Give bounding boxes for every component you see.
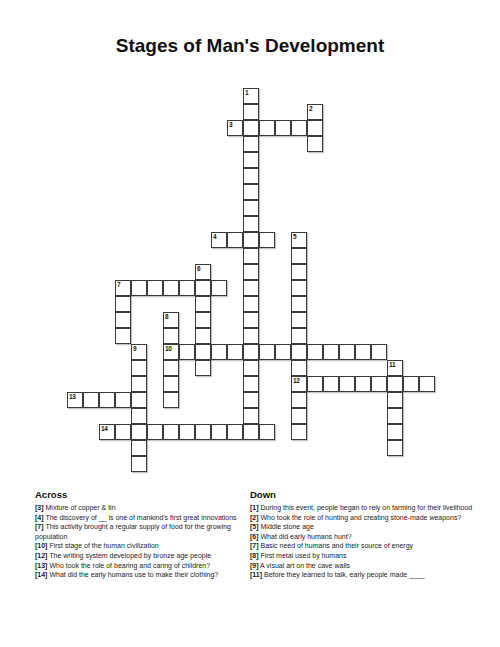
grid-cell[interactable]: 6: [195, 264, 211, 280]
grid-cell[interactable]: [307, 376, 323, 392]
grid-cell[interactable]: [419, 376, 435, 392]
grid-cell[interactable]: [291, 392, 307, 408]
grid-cell[interactable]: [291, 344, 307, 360]
grid-cell[interactable]: [243, 232, 259, 248]
grid-cell[interactable]: [243, 360, 259, 376]
grid-cell[interactable]: [291, 280, 307, 296]
grid-cell[interactable]: [243, 168, 259, 184]
clue-number: [1]: [250, 504, 259, 511]
grid-cell[interactable]: [83, 392, 99, 408]
grid-cell[interactable]: [387, 440, 403, 456]
grid-cell[interactable]: [243, 296, 259, 312]
down-header: Down: [250, 489, 474, 500]
grid-cell[interactable]: [147, 280, 163, 296]
crossword-page: Stages of Man's Development 123456789101…: [0, 0, 500, 647]
grid-cell[interactable]: [195, 280, 211, 296]
grid-cell[interactable]: [323, 376, 339, 392]
grid-cell[interactable]: [355, 376, 371, 392]
grid-cell[interactable]: [195, 360, 211, 376]
clue-item: [5] Middle stone age: [250, 522, 474, 532]
grid-cell[interactable]: [243, 184, 259, 200]
clue-number: [13]: [35, 562, 47, 569]
across-clues-section: Across [3] Mixture of copper & tin[4] Th…: [35, 489, 247, 580]
grid-cell[interactable]: [339, 344, 355, 360]
grid-cell[interactable]: 7: [115, 280, 131, 296]
grid-cell[interactable]: [163, 424, 179, 440]
grid-cell[interactable]: [243, 280, 259, 296]
grid-cell[interactable]: [371, 344, 387, 360]
grid-cell[interactable]: [339, 376, 355, 392]
grid-cell[interactable]: [259, 344, 275, 360]
grid-cell[interactable]: [259, 232, 275, 248]
grid-cell[interactable]: [371, 376, 387, 392]
page-title: Stages of Man's Development: [0, 35, 500, 57]
grid-cell[interactable]: [163, 376, 179, 392]
grid-cell[interactable]: [243, 392, 259, 408]
clue-item: [7] This activity brought a regular supp…: [35, 522, 247, 541]
grid-cell[interactable]: [179, 344, 195, 360]
grid-cell[interactable]: [387, 376, 403, 392]
clue-item: [4] The discovery of __ is one of mankin…: [35, 513, 247, 523]
grid-cell[interactable]: [307, 344, 323, 360]
clue-item: [8] First metal used by humans: [250, 551, 474, 561]
grid-cell[interactable]: [259, 120, 275, 136]
grid-cell[interactable]: [195, 296, 211, 312]
grid-cell[interactable]: 5: [291, 232, 307, 248]
clue-item: [1] During this event, people began to r…: [250, 503, 474, 513]
grid-cell[interactable]: 8: [163, 312, 179, 328]
cell-number: 3: [229, 121, 232, 128]
grid-cell[interactable]: [131, 360, 147, 376]
grid-cell[interactable]: [131, 408, 147, 424]
clue-item: [10] First stage of the human civilizati…: [35, 541, 247, 551]
grid-cell[interactable]: [163, 328, 179, 344]
cell-number: 6: [197, 265, 200, 272]
grid-cell[interactable]: 12: [291, 376, 307, 392]
cell-number: 7: [117, 281, 120, 288]
grid-cell[interactable]: [291, 264, 307, 280]
grid-cell[interactable]: [227, 232, 243, 248]
grid-cell[interactable]: [307, 120, 323, 136]
grid-cell[interactable]: [179, 280, 195, 296]
grid-cell[interactable]: [291, 248, 307, 264]
grid-cell[interactable]: [275, 120, 291, 136]
grid-cell[interactable]: [131, 424, 147, 440]
grid-cell[interactable]: [291, 424, 307, 440]
across-clue-list: [3] Mixture of copper & tin[4] The disco…: [35, 503, 247, 580]
grid-cell[interactable]: [131, 280, 147, 296]
grid-cell[interactable]: [147, 424, 163, 440]
grid-cell[interactable]: [307, 136, 323, 152]
grid-cell[interactable]: [243, 328, 259, 344]
clue-number: [11]: [250, 571, 262, 578]
grid-cell[interactable]: [115, 312, 131, 328]
grid-cell[interactable]: [243, 152, 259, 168]
grid-cell[interactable]: 1: [243, 88, 259, 104]
grid-cell[interactable]: [115, 424, 131, 440]
grid-cell[interactable]: [323, 344, 339, 360]
grid-cell[interactable]: [131, 440, 147, 456]
grid-cell[interactable]: [163, 360, 179, 376]
grid-cell[interactable]: [179, 424, 195, 440]
grid-cell[interactable]: [163, 392, 179, 408]
clue-number: [7]: [35, 523, 44, 530]
grid-cell[interactable]: [355, 344, 371, 360]
clue-number: [3]: [35, 504, 44, 511]
grid-cell[interactable]: 9: [131, 344, 147, 360]
grid-cell[interactable]: [243, 344, 259, 360]
clue-item: [13] Who took the role of bearing and ca…: [35, 561, 247, 571]
grid-cell[interactable]: [259, 424, 275, 440]
grid-cell[interactable]: [243, 216, 259, 232]
grid-cell[interactable]: [387, 392, 403, 408]
grid-cell[interactable]: [195, 424, 211, 440]
grid-cell[interactable]: 2: [307, 104, 323, 120]
grid-cell[interactable]: 14: [99, 424, 115, 440]
clue-number: [5]: [250, 523, 259, 530]
cell-number: 1: [245, 89, 248, 96]
clue-item: [14] What did the early humans use to ma…: [35, 570, 247, 580]
clue-item: [2] Who took the role of hunting and cre…: [250, 513, 474, 523]
grid-cell[interactable]: [387, 408, 403, 424]
clue-item: [12] The writing system developed by bro…: [35, 551, 247, 561]
cell-number: 12: [293, 377, 300, 384]
cell-number: 10: [165, 345, 172, 352]
clue-number: [14]: [35, 571, 47, 578]
grid-cell[interactable]: [243, 200, 259, 216]
cell-number: 9: [133, 345, 136, 352]
cell-number: 13: [69, 393, 76, 400]
down-clues-section: Down [1] During this event, people began…: [250, 489, 474, 580]
grid-cell[interactable]: [195, 312, 211, 328]
clue-number: [2]: [250, 514, 259, 521]
clue-item: [6] What did early humans hunt?: [250, 532, 474, 542]
clue-number: [6]: [250, 533, 259, 540]
grid-cell[interactable]: 13: [67, 392, 83, 408]
grid-cell[interactable]: [115, 328, 131, 344]
grid-cell[interactable]: [243, 312, 259, 328]
grid-cell[interactable]: [291, 296, 307, 312]
cell-number: 4: [213, 233, 216, 240]
clue-number: [9]: [250, 562, 259, 569]
grid-cell[interactable]: 11: [387, 360, 403, 376]
cell-number: 2: [309, 105, 312, 112]
grid-cell[interactable]: 3: [227, 120, 243, 136]
grid-cell[interactable]: [275, 344, 291, 360]
grid-cell[interactable]: [387, 424, 403, 440]
clue-item: [3] Mixture of copper & tin: [35, 503, 247, 513]
grid-cell[interactable]: [99, 392, 115, 408]
grid-cell[interactable]: [131, 392, 147, 408]
clue-item: [11] Before they learned to talk, early …: [250, 570, 474, 580]
grid-cell[interactable]: [291, 360, 307, 376]
grid-cell[interactable]: [291, 408, 307, 424]
clue-item: [7] Basic need of humans and their sourc…: [250, 541, 474, 551]
grid-cell[interactable]: [163, 280, 179, 296]
grid-cell[interactable]: [243, 104, 259, 120]
clue-item: [9] A visual art on the cave walls: [250, 561, 474, 571]
cell-number: 11: [389, 361, 395, 368]
grid-cell[interactable]: [243, 136, 259, 152]
clue-number: [4]: [35, 514, 44, 521]
grid-cell[interactable]: 4: [211, 232, 227, 248]
clue-number: [7]: [250, 542, 259, 549]
down-clue-list: [1] During this event, people began to r…: [250, 503, 474, 580]
clue-number: [12]: [35, 552, 47, 559]
grid-cell[interactable]: [243, 264, 259, 280]
grid-cell[interactable]: [403, 376, 419, 392]
grid-cell[interactable]: [291, 312, 307, 328]
grid-cell[interactable]: [131, 456, 147, 472]
grid-cell[interactable]: 10: [163, 344, 179, 360]
cell-number: 14: [101, 425, 108, 432]
cell-number: 5: [293, 233, 296, 240]
grid-cell[interactable]: [211, 344, 227, 360]
grid-cell[interactable]: [211, 424, 227, 440]
grid-cell[interactable]: [115, 296, 131, 312]
grid-cell[interactable]: [115, 392, 131, 408]
grid-cell[interactable]: [195, 344, 211, 360]
cell-number: 8: [165, 313, 168, 320]
clue-number: [8]: [250, 552, 259, 559]
clue-number: [10]: [35, 542, 47, 549]
grid-cell[interactable]: [291, 120, 307, 136]
grid-cell[interactable]: [131, 376, 147, 392]
grid-cell[interactable]: [211, 280, 227, 296]
crossword-grid: 1234567891011121314: [67, 88, 435, 472]
grid-cell[interactable]: [227, 344, 243, 360]
grid-cell[interactable]: [291, 328, 307, 344]
grid-cell[interactable]: [243, 376, 259, 392]
grid-cell[interactable]: [227, 424, 243, 440]
grid-cell[interactable]: [195, 328, 211, 344]
grid-cell[interactable]: [243, 408, 259, 424]
across-header: Across: [35, 489, 247, 500]
grid-cell[interactable]: [243, 424, 259, 440]
grid-cell[interactable]: [243, 120, 259, 136]
grid-cell[interactable]: [243, 248, 259, 264]
